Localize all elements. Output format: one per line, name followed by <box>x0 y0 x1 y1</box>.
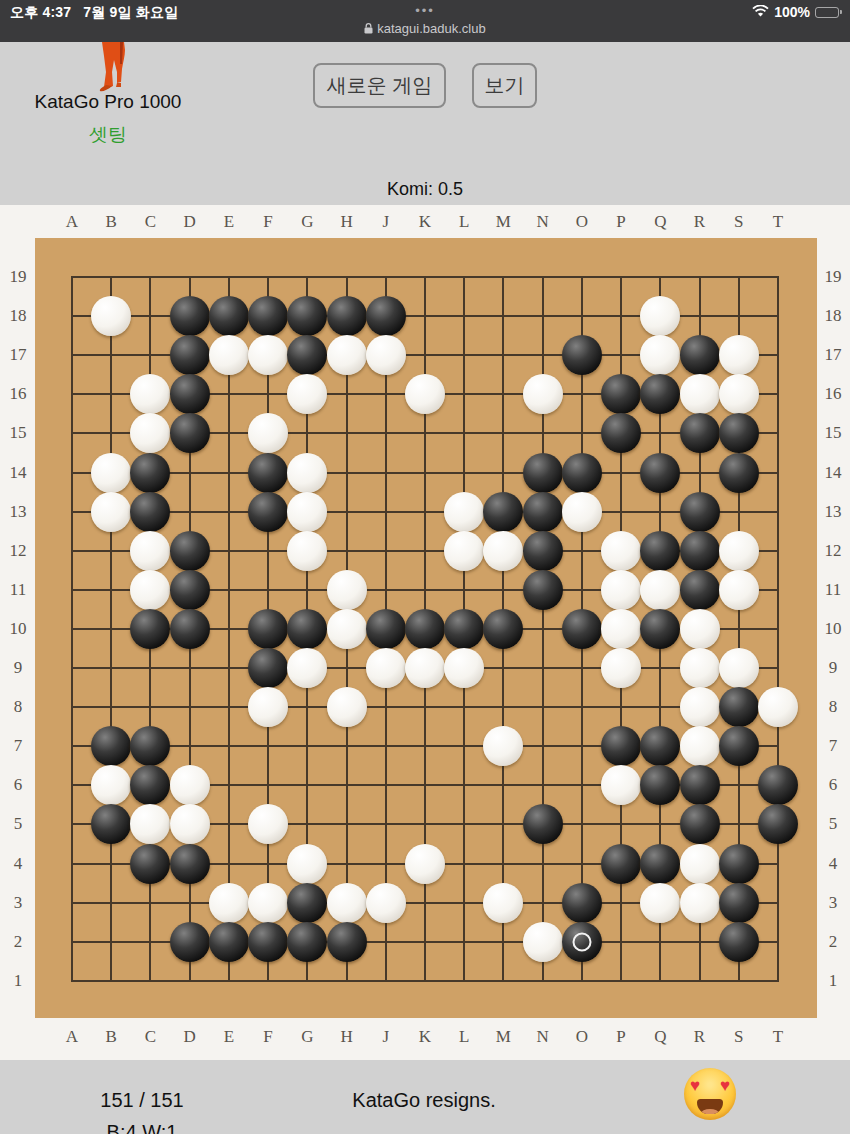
white-stone-F17 <box>248 335 288 375</box>
column-label-bottom: C <box>145 1027 156 1047</box>
white-stone-S9 <box>719 648 759 688</box>
white-stone-O13 <box>562 492 602 532</box>
column-label-bottom: R <box>694 1027 705 1047</box>
black-stone-G18 <box>287 296 327 336</box>
black-stone-O17 <box>562 335 602 375</box>
black-stone-D17 <box>170 335 210 375</box>
black-stone-L10 <box>444 609 484 649</box>
status-bar-top-row: 오후 4:377월 9일 화요일 ••• 100% <box>0 0 850 22</box>
black-stone-D18 <box>170 296 210 336</box>
white-stone-P6 <box>601 765 641 805</box>
black-stone-S15 <box>719 413 759 453</box>
black-stone-G17 <box>287 335 327 375</box>
black-stone-S3 <box>719 883 759 923</box>
row-label-left: 13 <box>10 502 27 522</box>
white-stone-G16 <box>287 374 327 414</box>
white-stone-P11 <box>601 570 641 610</box>
row-label-right: 10 <box>825 619 842 639</box>
white-stone-C5 <box>130 804 170 844</box>
emoji-mouth <box>697 1099 723 1114</box>
black-stone-T6 <box>758 765 798 805</box>
white-stone-K16 <box>405 374 445 414</box>
grid-line-vertical <box>777 276 779 982</box>
black-stone-F14 <box>248 453 288 493</box>
white-stone-H3 <box>327 883 367 923</box>
white-stone-H17 <box>327 335 367 375</box>
black-stone-H2 <box>327 922 367 962</box>
row-label-right: 3 <box>829 893 838 913</box>
black-stone-N13 <box>523 492 563 532</box>
white-stone-S12 <box>719 531 759 571</box>
black-stone-D2 <box>170 922 210 962</box>
black-stone-O10 <box>562 609 602 649</box>
grid-line-horizontal <box>71 706 779 708</box>
mascot-image <box>84 42 142 98</box>
black-stone-O14 <box>562 453 602 493</box>
white-stone-J17 <box>366 335 406 375</box>
column-label-top: H <box>340 212 352 232</box>
address-bar[interactable]: katagui.baduk.club <box>0 21 850 41</box>
black-stone-D11 <box>170 570 210 610</box>
row-label-left: 14 <box>10 463 27 483</box>
white-stone-L13 <box>444 492 484 532</box>
column-label-top: E <box>224 212 234 232</box>
row-label-left: 19 <box>10 267 27 287</box>
column-label-top: O <box>576 212 588 232</box>
white-stone-B6 <box>91 765 131 805</box>
column-label-top: F <box>263 212 272 232</box>
white-stone-F5 <box>248 804 288 844</box>
row-label-right: 19 <box>825 267 842 287</box>
row-label-left: 2 <box>14 932 23 952</box>
column-label-bottom: O <box>576 1027 588 1047</box>
black-stone-S4 <box>719 844 759 884</box>
black-stone-Q12 <box>640 531 680 571</box>
black-stone-P7 <box>601 726 641 766</box>
column-label-bottom: K <box>419 1027 431 1047</box>
row-label-left: 17 <box>10 345 27 365</box>
white-stone-F3 <box>248 883 288 923</box>
row-label-left: 1 <box>14 971 23 991</box>
black-stone-P16 <box>601 374 641 414</box>
black-stone-B7 <box>91 726 131 766</box>
column-label-bottom: B <box>106 1027 117 1047</box>
column-label-top: D <box>184 212 196 232</box>
black-stone-C10 <box>130 609 170 649</box>
column-label-top: C <box>145 212 156 232</box>
black-stone-F13 <box>248 492 288 532</box>
row-label-left: 11 <box>10 580 26 600</box>
engine-title: KataGo Pro 1000 <box>20 91 196 113</box>
white-stone-B14 <box>91 453 131 493</box>
column-label-top: A <box>66 212 78 232</box>
row-label-right: 5 <box>829 814 838 834</box>
black-stone-M13 <box>483 492 523 532</box>
row-label-left: 5 <box>14 814 23 834</box>
row-label-right: 6 <box>829 775 838 795</box>
black-stone-B5 <box>91 804 131 844</box>
black-stone-Q6 <box>640 765 680 805</box>
column-label-top: G <box>301 212 313 232</box>
black-stone-T5 <box>758 804 798 844</box>
black-stone-C13 <box>130 492 170 532</box>
black-stone-P4 <box>601 844 641 884</box>
black-stone-D15 <box>170 413 210 453</box>
column-label-bottom: L <box>459 1027 469 1047</box>
column-label-bottom: S <box>734 1027 743 1047</box>
white-stone-S16 <box>719 374 759 414</box>
black-stone-H18 <box>327 296 367 336</box>
lock-icon <box>364 23 373 34</box>
tab-menu-dots[interactable]: ••• <box>0 3 850 18</box>
row-label-right: 4 <box>829 854 838 874</box>
column-label-top: N <box>536 212 548 232</box>
black-stone-C7 <box>130 726 170 766</box>
white-stone-P12 <box>601 531 641 571</box>
black-stone-J18 <box>366 296 406 336</box>
heart-eye-left: ♥ <box>690 1077 700 1094</box>
new-game-button[interactable]: 새로운 게임 <box>313 63 446 108</box>
settings-link[interactable]: 셋팅 <box>20 122 196 148</box>
column-label-top: L <box>459 212 469 232</box>
board-section: AABBCCDDEEFFGGHHJJKKLLMMNNOOPPQQRRSSTT19… <box>0 205 850 1060</box>
black-stone-Q7 <box>640 726 680 766</box>
column-label-bottom: D <box>184 1027 196 1047</box>
column-label-bottom: N <box>536 1027 548 1047</box>
column-label-top: S <box>734 212 743 232</box>
black-stone-C4 <box>130 844 170 884</box>
white-stone-C11 <box>130 570 170 610</box>
row-label-left: 16 <box>10 384 27 404</box>
black-stone-F10 <box>248 609 288 649</box>
row-label-left: 7 <box>14 736 23 756</box>
column-label-bottom: J <box>382 1027 389 1047</box>
black-stone-Q16 <box>640 374 680 414</box>
white-stone-B13 <box>91 492 131 532</box>
column-label-bottom: G <box>301 1027 313 1047</box>
white-stone-J9 <box>366 648 406 688</box>
heart-eye-right: ♥ <box>720 1077 730 1094</box>
game-status-message: KataGo resigns. <box>352 1089 495 1112</box>
black-stone-F9 <box>248 648 288 688</box>
black-stone-E18 <box>209 296 249 336</box>
row-label-left: 8 <box>14 697 23 717</box>
white-stone-G13 <box>287 492 327 532</box>
white-stone-M7 <box>483 726 523 766</box>
url-text: katagui.baduk.club <box>377 21 485 36</box>
white-stone-C15 <box>130 413 170 453</box>
last-move-marker <box>572 932 591 951</box>
battery-percent: 100% <box>774 4 810 20</box>
row-label-right: 14 <box>825 463 842 483</box>
row-label-left: 6 <box>14 775 23 795</box>
black-stone-M10 <box>483 609 523 649</box>
column-label-top: J <box>382 212 389 232</box>
white-stone-T8 <box>758 687 798 727</box>
column-label-bottom: Q <box>654 1027 666 1047</box>
black-stone-S2 <box>719 922 759 962</box>
white-stone-R4 <box>680 844 720 884</box>
white-stone-C12 <box>130 531 170 571</box>
black-stone-R11 <box>680 570 720 610</box>
white-stone-J3 <box>366 883 406 923</box>
black-stone-G10 <box>287 609 327 649</box>
row-label-right: 7 <box>829 736 838 756</box>
white-stone-P9 <box>601 648 641 688</box>
row-label-right: 2 <box>829 932 838 952</box>
black-stone-Q10 <box>640 609 680 649</box>
column-label-bottom: H <box>340 1027 352 1047</box>
black-stone-Q4 <box>640 844 680 884</box>
column-label-top: K <box>419 212 431 232</box>
black-stone-N12 <box>523 531 563 571</box>
heart-eyes-emoji: ♥ ♥ <box>684 1068 736 1120</box>
white-stone-G9 <box>287 648 327 688</box>
row-label-left: 18 <box>10 306 27 326</box>
white-stone-C16 <box>130 374 170 414</box>
black-stone-N14 <box>523 453 563 493</box>
row-label-right: 9 <box>829 658 838 678</box>
white-stone-H8 <box>327 687 367 727</box>
column-label-top: R <box>694 212 705 232</box>
black-stone-O3 <box>562 883 602 923</box>
column-label-bottom: F <box>263 1027 272 1047</box>
column-label-bottom: E <box>224 1027 234 1047</box>
white-stone-Q17 <box>640 335 680 375</box>
white-stone-G12 <box>287 531 327 571</box>
row-label-left: 9 <box>14 658 23 678</box>
white-stone-R7 <box>680 726 720 766</box>
column-label-bottom: P <box>616 1027 625 1047</box>
black-stone-R5 <box>680 804 720 844</box>
column-label-top: M <box>496 212 511 232</box>
grid-line-horizontal <box>71 980 779 982</box>
row-label-left: 12 <box>10 541 27 561</box>
black-stone-J10 <box>366 609 406 649</box>
white-stone-K4 <box>405 844 445 884</box>
row-label-right: 11 <box>825 580 841 600</box>
white-stone-N2 <box>523 922 563 962</box>
black-stone-C14 <box>130 453 170 493</box>
black-stone-N11 <box>523 570 563 610</box>
black-stone-C6 <box>130 765 170 805</box>
black-stone-N5 <box>523 804 563 844</box>
white-stone-K9 <box>405 648 445 688</box>
black-stone-F18 <box>248 296 288 336</box>
capture-counts: B:4 W:1 <box>107 1121 178 1134</box>
black-stone-D10 <box>170 609 210 649</box>
column-label-top: T <box>773 212 783 232</box>
view-button[interactable]: 보기 <box>472 63 537 108</box>
row-label-right: 8 <box>829 697 838 717</box>
black-stone-S14 <box>719 453 759 493</box>
black-stone-R6 <box>680 765 720 805</box>
white-stone-L12 <box>444 531 484 571</box>
black-stone-K10 <box>405 609 445 649</box>
black-stone-Q14 <box>640 453 680 493</box>
black-stone-R15 <box>680 413 720 453</box>
white-stone-G4 <box>287 844 327 884</box>
white-stone-F8 <box>248 687 288 727</box>
column-label-bottom: T <box>773 1027 783 1047</box>
column-label-bottom: A <box>66 1027 78 1047</box>
black-stone-P15 <box>601 413 641 453</box>
white-stone-D5 <box>170 804 210 844</box>
row-label-right: 15 <box>825 423 842 443</box>
row-label-left: 3 <box>14 893 23 913</box>
black-stone-D12 <box>170 531 210 571</box>
white-stone-M12 <box>483 531 523 571</box>
white-stone-Q3 <box>640 883 680 923</box>
white-stone-R8 <box>680 687 720 727</box>
battery-icon <box>815 7 842 18</box>
status-icons: 100% <box>752 3 842 21</box>
black-stone-R13 <box>680 492 720 532</box>
black-stone-G2 <box>287 922 327 962</box>
column-label-top: P <box>616 212 625 232</box>
white-stone-R3 <box>680 883 720 923</box>
black-stone-D4 <box>170 844 210 884</box>
black-stone-S8 <box>719 687 759 727</box>
black-stone-S7 <box>719 726 759 766</box>
white-stone-Q18 <box>640 296 680 336</box>
row-label-right: 18 <box>825 306 842 326</box>
white-stone-S11 <box>719 570 759 610</box>
black-stone-R12 <box>680 531 720 571</box>
row-label-right: 12 <box>825 541 842 561</box>
white-stone-G14 <box>287 453 327 493</box>
white-stone-R10 <box>680 609 720 649</box>
black-stone-R17 <box>680 335 720 375</box>
wifi-icon <box>752 3 769 21</box>
row-label-left: 15 <box>10 423 27 443</box>
white-stone-R16 <box>680 374 720 414</box>
column-label-bottom: M <box>496 1027 511 1047</box>
white-stone-E17 <box>209 335 249 375</box>
white-stone-Q11 <box>640 570 680 610</box>
white-stone-L9 <box>444 648 484 688</box>
white-stone-M3 <box>483 883 523 923</box>
black-stone-D16 <box>170 374 210 414</box>
status-bar: 오후 4:377월 9일 화요일 ••• 100% katagui.baduk.… <box>0 0 850 42</box>
white-stone-R9 <box>680 648 720 688</box>
row-label-right: 16 <box>825 384 842 404</box>
row-label-right: 13 <box>825 502 842 522</box>
white-stone-B18 <box>91 296 131 336</box>
row-label-left: 4 <box>14 854 23 874</box>
white-stone-F15 <box>248 413 288 453</box>
white-stone-D6 <box>170 765 210 805</box>
row-label-right: 17 <box>825 345 842 365</box>
white-stone-E3 <box>209 883 249 923</box>
white-stone-P10 <box>601 609 641 649</box>
white-stone-S17 <box>719 335 759 375</box>
goban[interactable] <box>35 238 817 1018</box>
white-stone-N16 <box>523 374 563 414</box>
column-label-top: B <box>106 212 117 232</box>
row-label-right: 1 <box>829 971 838 991</box>
black-stone-G3 <box>287 883 327 923</box>
white-stone-H11 <box>327 570 367 610</box>
row-label-left: 10 <box>10 619 27 639</box>
white-stone-H10 <box>327 609 367 649</box>
column-label-top: Q <box>654 212 666 232</box>
komi-label: Komi: 0.5 <box>0 179 850 200</box>
black-stone-E2 <box>209 922 249 962</box>
move-counter: 151 / 151 <box>100 1089 183 1112</box>
black-stone-F2 <box>248 922 288 962</box>
